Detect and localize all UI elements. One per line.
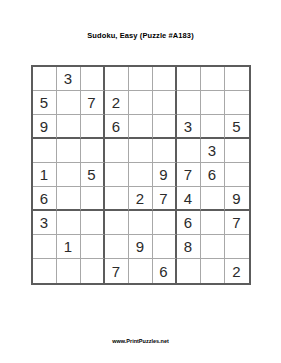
cell-r4c2 <box>57 139 81 163</box>
cell-r9c9: 2 <box>225 259 249 283</box>
board-area: 3572963531597662749367198762 <box>0 65 281 285</box>
cell-r5c1: 1 <box>33 163 57 187</box>
cell-r1c5 <box>129 67 153 91</box>
cell-r2c8 <box>201 91 225 115</box>
cell-r9c7 <box>177 259 201 283</box>
cell-r3c2 <box>57 115 81 139</box>
cell-r7c6 <box>153 211 177 235</box>
cell-r9c3 <box>81 259 105 283</box>
cell-r1c2: 3 <box>57 67 81 91</box>
cell-r7c4 <box>105 211 129 235</box>
cell-r6c8 <box>201 187 225 211</box>
cell-r4c8: 3 <box>201 139 225 163</box>
cell-r1c3 <box>81 67 105 91</box>
cell-r3c4: 6 <box>105 115 129 139</box>
cell-r6c7: 4 <box>177 187 201 211</box>
cell-r9c2 <box>57 259 81 283</box>
cell-r2c7 <box>177 91 201 115</box>
cell-r5c7: 7 <box>177 163 201 187</box>
cell-r8c7: 8 <box>177 235 201 259</box>
cell-r9c1 <box>33 259 57 283</box>
cell-r1c1 <box>33 67 57 91</box>
cell-r8c8 <box>201 235 225 259</box>
cell-r8c2: 1 <box>57 235 81 259</box>
cell-r6c1: 6 <box>33 187 57 211</box>
cell-r4c6 <box>153 139 177 163</box>
cell-r1c4 <box>105 67 129 91</box>
cell-r9c8 <box>201 259 225 283</box>
cell-r6c2 <box>57 187 81 211</box>
cell-r3c9: 5 <box>225 115 249 139</box>
cell-r5c9 <box>225 163 249 187</box>
cell-r5c3: 5 <box>81 163 105 187</box>
cell-r3c6 <box>153 115 177 139</box>
cell-r3c8 <box>201 115 225 139</box>
cell-r6c9: 9 <box>225 187 249 211</box>
cell-r1c7 <box>177 67 201 91</box>
cell-r5c6: 9 <box>153 163 177 187</box>
cell-r8c6 <box>153 235 177 259</box>
cell-r5c8: 6 <box>201 163 225 187</box>
page-title: Sudoku, Easy (Puzzle #A183) <box>0 31 281 40</box>
cell-r6c3 <box>81 187 105 211</box>
cell-r4c3 <box>81 139 105 163</box>
cell-r6c6: 7 <box>153 187 177 211</box>
cell-r9c5 <box>129 259 153 283</box>
cell-r7c8 <box>201 211 225 235</box>
cell-r8c1 <box>33 235 57 259</box>
cell-r3c5 <box>129 115 153 139</box>
cell-r7c7: 6 <box>177 211 201 235</box>
cell-r4c9 <box>225 139 249 163</box>
cell-r4c5 <box>129 139 153 163</box>
cell-r2c6 <box>153 91 177 115</box>
cell-r7c9: 7 <box>225 211 249 235</box>
cell-r8c9 <box>225 235 249 259</box>
cell-r2c4: 2 <box>105 91 129 115</box>
cell-r7c3 <box>81 211 105 235</box>
cell-r2c5 <box>129 91 153 115</box>
sudoku-grid: 3572963531597662749367198762 <box>31 65 251 285</box>
cell-r5c4 <box>105 163 129 187</box>
cell-r5c5 <box>129 163 153 187</box>
cell-r1c6 <box>153 67 177 91</box>
cell-r9c6: 6 <box>153 259 177 283</box>
cell-r7c2 <box>57 211 81 235</box>
cell-r6c5: 2 <box>129 187 153 211</box>
cell-r2c3: 7 <box>81 91 105 115</box>
cell-r1c8 <box>201 67 225 91</box>
cell-r2c9 <box>225 91 249 115</box>
cell-r2c2 <box>57 91 81 115</box>
page: Sudoku, Easy (Puzzle #A183) 357296353159… <box>0 0 281 363</box>
cell-r7c5 <box>129 211 153 235</box>
footer-url: www.PrintPuzzles.net <box>0 338 281 344</box>
cell-r8c3 <box>81 235 105 259</box>
cell-r3c7: 3 <box>177 115 201 139</box>
cell-r4c4 <box>105 139 129 163</box>
cell-r3c3 <box>81 115 105 139</box>
cell-r4c1 <box>33 139 57 163</box>
cell-r8c4 <box>105 235 129 259</box>
cell-r2c1: 5 <box>33 91 57 115</box>
cell-r9c4: 7 <box>105 259 129 283</box>
cell-r8c5: 9 <box>129 235 153 259</box>
cell-r1c9 <box>225 67 249 91</box>
cell-r4c7 <box>177 139 201 163</box>
cell-r7c1: 3 <box>33 211 57 235</box>
cell-r6c4 <box>105 187 129 211</box>
cell-r3c1: 9 <box>33 115 57 139</box>
cell-r5c2 <box>57 163 81 187</box>
